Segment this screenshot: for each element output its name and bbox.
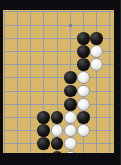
white-stone[interactable] <box>77 124 90 137</box>
black-stone[interactable] <box>51 137 64 150</box>
bottom-frame-strip <box>0 153 120 165</box>
black-stone[interactable] <box>77 111 90 124</box>
black-stone[interactable] <box>64 85 77 98</box>
white-stone[interactable] <box>77 85 90 98</box>
white-stone[interactable] <box>90 45 103 58</box>
white-stone[interactable] <box>64 111 77 124</box>
hoshi-point <box>69 24 72 27</box>
black-stone[interactable] <box>64 71 77 84</box>
go-app-screenshot <box>0 0 120 165</box>
white-stone[interactable] <box>64 124 77 137</box>
grid-vline <box>30 12 31 153</box>
black-stone[interactable] <box>37 137 50 150</box>
right-frame-strip <box>114 0 121 165</box>
black-stone[interactable] <box>37 111 50 124</box>
top-frame-strip <box>0 0 120 10</box>
grid-vline <box>17 12 18 153</box>
grid-vline <box>109 12 110 153</box>
black-stone[interactable] <box>77 32 90 45</box>
black-stone[interactable] <box>77 45 90 58</box>
white-stone[interactable] <box>90 58 103 71</box>
black-stone[interactable] <box>90 32 103 45</box>
white-stone[interactable] <box>77 98 90 111</box>
white-stone[interactable] <box>77 71 90 84</box>
black-stone[interactable] <box>51 111 64 124</box>
white-stone[interactable] <box>51 124 64 137</box>
black-stone[interactable] <box>37 124 50 137</box>
left-frame-strip <box>0 0 3 165</box>
black-stone[interactable] <box>64 98 77 111</box>
black-stone[interactable] <box>77 58 90 71</box>
grid-vline <box>4 12 5 153</box>
white-stone[interactable] <box>64 137 77 150</box>
